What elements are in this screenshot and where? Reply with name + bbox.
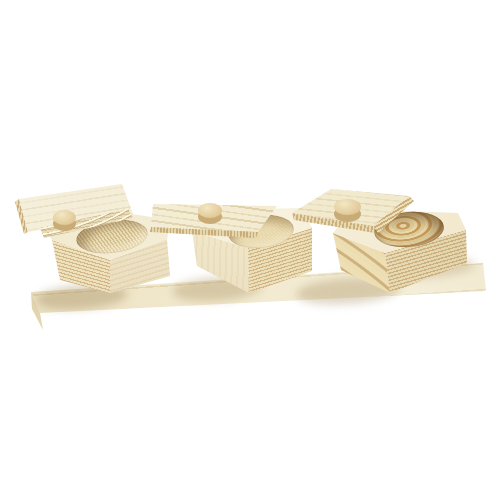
box-2-peg — [198, 203, 222, 218]
product-photo-wooden-treat-puzzle: Product photo of an untreated pale pine … — [0, 0, 500, 500]
box-3-peg — [334, 199, 361, 215]
box-1-peg — [53, 210, 76, 225]
